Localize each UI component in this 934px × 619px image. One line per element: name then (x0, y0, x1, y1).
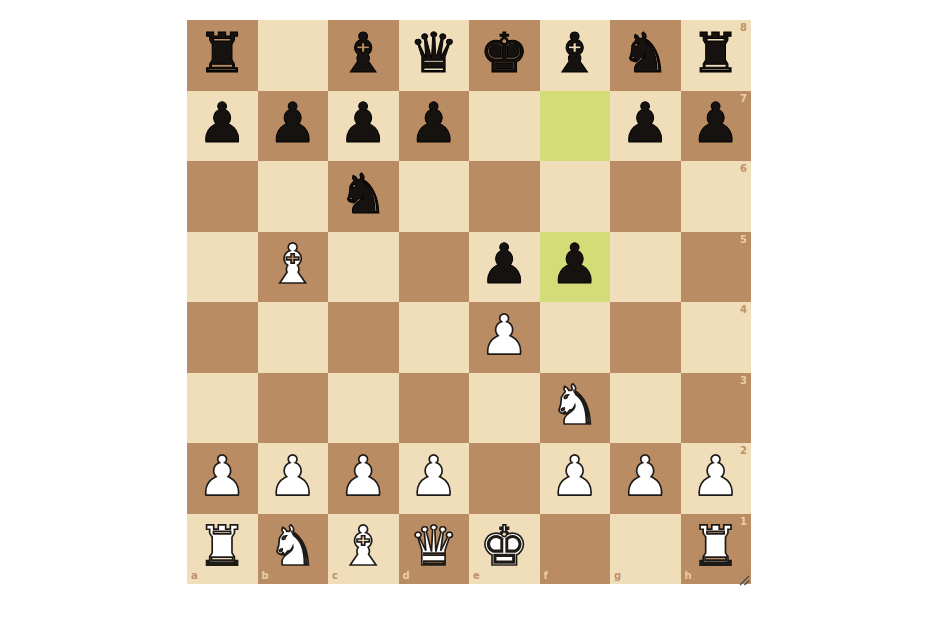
rank-label-8: 8 (740, 23, 747, 33)
square-f7[interactable] (540, 91, 611, 162)
square-a6[interactable] (187, 161, 258, 232)
file-label-f: f (544, 571, 548, 581)
square-f6[interactable] (540, 161, 611, 232)
piece-black-pawn-d7[interactable]: ♟ (409, 96, 458, 151)
square-g7[interactable]: ♟ (610, 91, 681, 162)
square-h4[interactable]: 4 (681, 302, 752, 373)
square-b7[interactable]: ♟ (258, 91, 329, 162)
piece-white-rook-a1[interactable]: ♜ (198, 519, 247, 574)
square-a8[interactable]: ♜ (187, 20, 258, 91)
square-c5[interactable] (328, 232, 399, 303)
page: ♜♝♛♚♝♞8♜♟♟♟♟♟7♟♞6♝♟♟5♟4♞3♟♟♟♟♟♟2♟a♜b♞c♝d… (0, 0, 934, 619)
square-a4[interactable] (187, 302, 258, 373)
square-b4[interactable] (258, 302, 329, 373)
rank-label-3: 3 (740, 376, 747, 386)
square-f8[interactable]: ♝ (540, 20, 611, 91)
rank-label-5: 5 (740, 235, 747, 245)
square-c1[interactable]: c♝ (328, 514, 399, 585)
square-b8[interactable] (258, 20, 329, 91)
rank-label-2: 2 (740, 446, 747, 456)
piece-black-pawn-b7[interactable]: ♟ (268, 96, 317, 151)
file-label-g: g (614, 571, 621, 581)
square-d1[interactable]: d♛ (399, 514, 470, 585)
piece-white-knight-b1[interactable]: ♞ (268, 519, 317, 574)
square-e8[interactable]: ♚ (469, 20, 540, 91)
square-d4[interactable] (399, 302, 470, 373)
square-h2[interactable]: 2♟ (681, 443, 752, 514)
piece-black-bishop-c8[interactable]: ♝ (339, 26, 388, 81)
piece-white-pawn-a2[interactable]: ♟ (198, 449, 247, 504)
square-g3[interactable] (610, 373, 681, 444)
square-h8[interactable]: 8♜ (681, 20, 752, 91)
piece-black-bishop-f8[interactable]: ♝ (550, 26, 599, 81)
square-c2[interactable]: ♟ (328, 443, 399, 514)
square-a2[interactable]: ♟ (187, 443, 258, 514)
piece-white-pawn-d2[interactable]: ♟ (409, 449, 458, 504)
square-d6[interactable] (399, 161, 470, 232)
piece-white-queen-d1[interactable]: ♛ (409, 519, 458, 574)
square-d3[interactable] (399, 373, 470, 444)
rank-label-6: 6 (740, 164, 747, 174)
piece-black-knight-g8[interactable]: ♞ (621, 26, 670, 81)
square-c4[interactable] (328, 302, 399, 373)
square-e5[interactable]: ♟ (469, 232, 540, 303)
square-d5[interactable] (399, 232, 470, 303)
piece-white-knight-f3[interactable]: ♞ (550, 378, 599, 433)
square-f3[interactable]: ♞ (540, 373, 611, 444)
piece-black-pawn-h7[interactable]: ♟ (691, 96, 740, 151)
board-resize-handle[interactable] (738, 571, 750, 583)
rank-label-7: 7 (740, 94, 747, 104)
rank-label-4: 4 (740, 305, 747, 315)
piece-white-king-e1[interactable]: ♚ (480, 519, 529, 574)
square-a5[interactable] (187, 232, 258, 303)
square-h7[interactable]: 7♟ (681, 91, 752, 162)
square-e4[interactable]: ♟ (469, 302, 540, 373)
chess-board: ♜♝♛♚♝♞8♜♟♟♟♟♟7♟♞6♝♟♟5♟4♞3♟♟♟♟♟♟2♟a♜b♞c♝d… (187, 20, 751, 584)
square-e6[interactable] (469, 161, 540, 232)
square-g2[interactable]: ♟ (610, 443, 681, 514)
file-label-c: c (332, 571, 338, 581)
square-d2[interactable]: ♟ (399, 443, 470, 514)
resize-diagonal-lines-icon (738, 574, 750, 586)
square-h5[interactable]: 5 (681, 232, 752, 303)
square-g5[interactable] (610, 232, 681, 303)
piece-black-rook-h8[interactable]: ♜ (691, 26, 740, 81)
square-g4[interactable] (610, 302, 681, 373)
square-b2[interactable]: ♟ (258, 443, 329, 514)
piece-white-bishop-c1[interactable]: ♝ (339, 519, 388, 574)
square-d7[interactable]: ♟ (399, 91, 470, 162)
square-c3[interactable] (328, 373, 399, 444)
square-g8[interactable]: ♞ (610, 20, 681, 91)
square-e3[interactable] (469, 373, 540, 444)
square-c6[interactable]: ♞ (328, 161, 399, 232)
square-e2[interactable] (469, 443, 540, 514)
rank-label-1: 1 (740, 517, 747, 527)
square-f1[interactable]: f (540, 514, 611, 585)
piece-black-pawn-f5[interactable]: ♟ (550, 237, 599, 292)
piece-white-pawn-e4[interactable]: ♟ (480, 308, 529, 363)
square-b1[interactable]: b♞ (258, 514, 329, 585)
piece-black-knight-c6[interactable]: ♞ (339, 167, 388, 222)
piece-black-pawn-e5[interactable]: ♟ (480, 237, 529, 292)
piece-black-pawn-g7[interactable]: ♟ (621, 96, 670, 151)
square-h3[interactable]: 3 (681, 373, 752, 444)
piece-white-bishop-b5[interactable]: ♝ (268, 237, 317, 292)
square-b3[interactable] (258, 373, 329, 444)
square-a7[interactable]: ♟ (187, 91, 258, 162)
piece-black-pawn-c7[interactable]: ♟ (339, 96, 388, 151)
square-c7[interactable]: ♟ (328, 91, 399, 162)
square-h6[interactable]: 6 (681, 161, 752, 232)
square-g6[interactable] (610, 161, 681, 232)
square-d8[interactable]: ♛ (399, 20, 470, 91)
square-f2[interactable]: ♟ (540, 443, 611, 514)
piece-black-pawn-a7[interactable]: ♟ (198, 96, 247, 151)
square-a3[interactable] (187, 373, 258, 444)
piece-white-pawn-b2[interactable]: ♟ (268, 449, 317, 504)
piece-white-pawn-c2[interactable]: ♟ (339, 449, 388, 504)
square-f5[interactable]: ♟ (540, 232, 611, 303)
square-c8[interactable]: ♝ (328, 20, 399, 91)
square-a1[interactable]: a♜ (187, 514, 258, 585)
piece-white-pawn-h2[interactable]: ♟ (691, 449, 740, 504)
square-e7[interactable] (469, 91, 540, 162)
square-e1[interactable]: e♚ (469, 514, 540, 585)
piece-white-pawn-g2[interactable]: ♟ (621, 449, 670, 504)
square-b6[interactable] (258, 161, 329, 232)
piece-black-rook-a8[interactable]: ♜ (198, 26, 247, 81)
square-b5[interactable]: ♝ (258, 232, 329, 303)
piece-white-pawn-f2[interactable]: ♟ (550, 449, 599, 504)
piece-white-rook-h1[interactable]: ♜ (691, 519, 740, 574)
piece-black-king-e8[interactable]: ♚ (480, 26, 529, 81)
square-g1[interactable]: g (610, 514, 681, 585)
piece-black-queen-d8[interactable]: ♛ (409, 26, 458, 81)
square-f4[interactable] (540, 302, 611, 373)
